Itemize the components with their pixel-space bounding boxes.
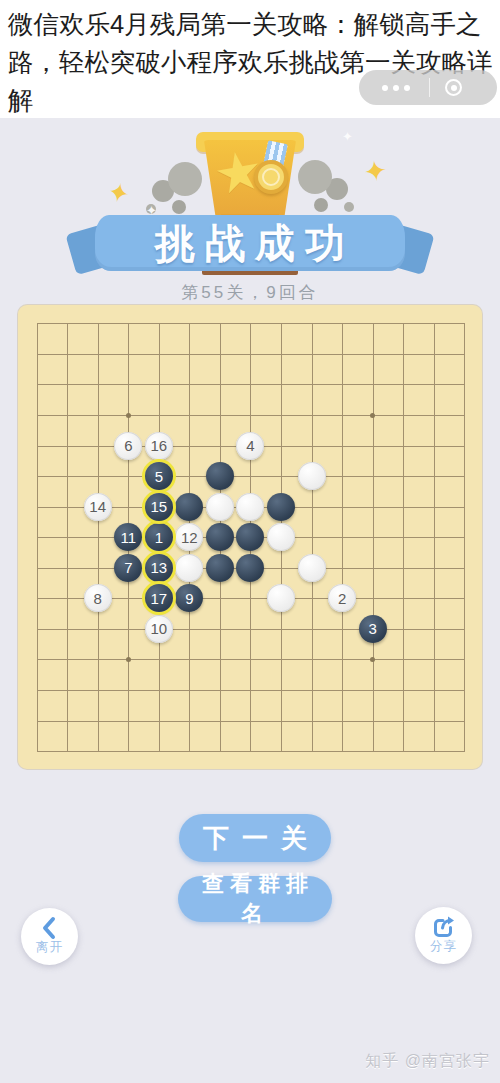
black-stone-move-13: 13	[145, 554, 173, 582]
white-stone-move-2: 2	[328, 584, 356, 612]
next-level-button[interactable]: 下一关	[179, 814, 331, 862]
black-stone-move-1: 1	[145, 523, 173, 551]
white-stone-move-16: 16	[145, 432, 173, 460]
white-stone	[206, 493, 234, 521]
black-stone	[206, 554, 234, 582]
leave-button-label: 离开	[36, 939, 63, 956]
black-stone	[206, 523, 234, 551]
white-stone-move-6: 6	[114, 432, 142, 460]
white-stone-move-8: 8	[84, 584, 112, 612]
medal-icon	[254, 160, 288, 194]
white-stone-move-14: 14	[84, 493, 112, 521]
more-dots-icon[interactable]	[382, 85, 410, 91]
black-stone	[236, 523, 264, 551]
app-screen: 微信欢乐4月残局第一关攻略：解锁高手之路，轻松突破小程序欢乐挑战第一关攻略详解 …	[0, 0, 500, 1083]
black-stone-move-9: 9	[175, 584, 203, 612]
black-stone-move-11: 11	[114, 523, 142, 551]
wechat-capsule[interactable]	[359, 70, 497, 105]
black-stone	[206, 462, 234, 490]
black-stone	[236, 554, 264, 582]
black-stone	[267, 493, 295, 521]
white-stone-move-4: 4	[236, 432, 264, 460]
target-circle-icon[interactable]	[445, 79, 462, 96]
grid-line-v	[464, 323, 465, 752]
share-button-label: 分享	[430, 938, 457, 955]
black-stone	[175, 493, 203, 521]
star-point	[370, 657, 375, 662]
white-stone	[298, 462, 326, 490]
black-stone-move-15: 15	[145, 493, 173, 521]
grid-line-h	[37, 690, 466, 691]
share-button[interactable]: 分享	[415, 907, 472, 964]
grid-line-v	[312, 323, 313, 752]
share-icon	[431, 914, 457, 940]
gomoku-board: 1234567891011121314151617	[18, 305, 482, 769]
grid-line-v	[434, 323, 435, 752]
white-stone-move-10: 10	[145, 615, 173, 643]
capsule-divider	[429, 78, 430, 97]
success-ribbon-text: 挑战成功	[145, 216, 355, 271]
watermark: 知乎 @南宫张宇	[365, 1051, 490, 1072]
white-stone	[298, 554, 326, 582]
success-banner: ★ ✦ ✦ ✦ ✦ 挑战成功 第55关，9回合	[0, 118, 500, 305]
grid-line-h	[37, 629, 466, 630]
left-wing-icon	[168, 162, 202, 196]
grid-line-h	[37, 751, 466, 752]
right-wing-icon	[298, 160, 332, 194]
white-stone	[236, 493, 264, 521]
white-stone	[267, 584, 295, 612]
sparkle-icon: ✦	[342, 130, 353, 143]
grid-line-v	[373, 323, 374, 752]
back-chevron-icon	[38, 915, 62, 941]
white-stone	[175, 554, 203, 582]
sparkle-icon: ✦	[362, 157, 389, 188]
level-info: 第55关，9回合	[0, 281, 500, 304]
success-ribbon: 挑战成功	[95, 215, 405, 271]
star-point	[126, 657, 131, 662]
sparkle-icon: ✦	[106, 178, 133, 208]
black-stone-move-5: 5	[145, 462, 173, 490]
group-ranking-button[interactable]: 查看群排名	[178, 876, 332, 922]
black-stone-move-17: 17	[145, 584, 173, 612]
black-stone-move-7: 7	[114, 554, 142, 582]
grid-line-v	[342, 323, 343, 752]
star-point	[370, 413, 375, 418]
black-stone-move-3: 3	[359, 615, 387, 643]
star-point	[126, 413, 131, 418]
white-stone-move-12: 12	[175, 523, 203, 551]
grid-line-h	[37, 721, 466, 722]
white-stone	[267, 523, 295, 551]
grid-line-h	[37, 659, 466, 660]
leave-button[interactable]: 离开	[21, 908, 78, 965]
grid-line-v	[403, 323, 404, 752]
